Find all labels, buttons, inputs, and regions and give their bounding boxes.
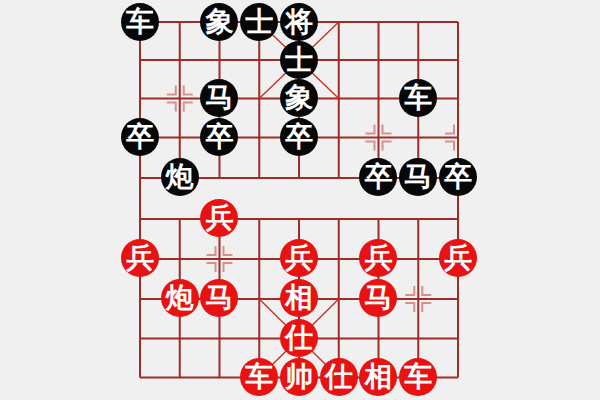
piece-red-soldier[interactable]: 兵: [280, 239, 318, 277]
xiangqi-app: 车象士将士马象车卒卒卒炮卒马卒兵兵兵兵兵炮马相马仕车帅仕相车: [0, 0, 600, 400]
piece-black-chariot[interactable]: 车: [399, 79, 437, 117]
piece-red-general[interactable]: 帅: [280, 358, 318, 396]
piece-red-horse[interactable]: 马: [359, 279, 397, 317]
piece-black-advisor[interactable]: 士: [240, 3, 278, 41]
piece-black-soldier[interactable]: 卒: [121, 118, 159, 156]
piece-red-advisor[interactable]: 仕: [320, 358, 358, 396]
piece-black-soldier[interactable]: 卒: [280, 118, 318, 156]
piece-black-elephant[interactable]: 象: [280, 79, 318, 117]
piece-red-cannon[interactable]: 炮: [161, 279, 199, 317]
piece-red-soldier[interactable]: 兵: [439, 239, 477, 277]
piece-red-chariot[interactable]: 车: [240, 358, 278, 396]
piece-black-soldier[interactable]: 卒: [200, 118, 238, 156]
piece-black-cannon[interactable]: 炮: [161, 158, 199, 196]
piece-black-chariot[interactable]: 车: [121, 3, 159, 41]
piece-red-elephant[interactable]: 相: [359, 358, 397, 396]
piece-red-horse[interactable]: 马: [200, 279, 238, 317]
piece-black-horse[interactable]: 马: [399, 158, 437, 196]
piece-black-elephant[interactable]: 象: [200, 3, 238, 41]
piece-red-soldier[interactable]: 兵: [200, 199, 238, 237]
piece-black-soldier[interactable]: 卒: [439, 158, 477, 196]
piece-black-soldier[interactable]: 卒: [359, 158, 397, 196]
piece-red-soldier[interactable]: 兵: [359, 239, 397, 277]
piece-red-advisor[interactable]: 仕: [280, 319, 318, 357]
piece-red-soldier[interactable]: 兵: [121, 239, 159, 277]
piece-red-chariot[interactable]: 车: [399, 358, 437, 396]
xiangqi-board-grid[interactable]: 车象士将士马象车卒卒卒炮卒马卒兵兵兵兵兵炮马相马仕车帅仕相车: [120, 3, 478, 397]
piece-black-horse[interactable]: 马: [200, 79, 238, 117]
piece-black-advisor[interactable]: 士: [280, 41, 318, 79]
piece-black-general[interactable]: 将: [280, 3, 318, 41]
piece-red-elephant[interactable]: 相: [280, 279, 318, 317]
